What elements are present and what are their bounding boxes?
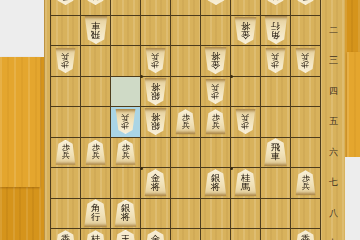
square-5-7[interactable] <box>171 168 201 199</box>
background-bottom-right <box>345 157 360 240</box>
piece-sente-pawn[interactable]: 歩兵 <box>175 109 196 134</box>
shogi-app-screen: { "game": "shogi", "position": { "sfen":… <box>0 0 360 240</box>
square-9-1[interactable]: 香車 <box>51 0 81 16</box>
piece-gote-gold[interactable]: 金将 <box>234 17 257 44</box>
square-9-9[interactable]: 香車 <box>51 229 81 240</box>
piece-gote-pawn[interactable]: 歩兵 <box>235 109 256 134</box>
square-7-5-last-move-to[interactable]: 歩兵 <box>111 107 141 138</box>
piece-kanji: 兵 <box>211 122 219 130</box>
piece-gote-silver[interactable]: 銀将 <box>144 108 167 135</box>
shogi-board: 香車桂馬王将桂馬香車飛車金将角行歩兵歩兵金将歩兵歩兵銀将歩兵歩兵銀将歩兵歩兵歩兵… <box>44 0 345 240</box>
piece-kanji: 将 <box>151 113 160 122</box>
square-6-2[interactable] <box>141 16 171 47</box>
piece-sente-bishop[interactable]: 角行 <box>84 199 108 227</box>
piece-gote-pawn[interactable]: 歩兵 <box>55 48 76 73</box>
square-3-2[interactable]: 金将 <box>231 16 261 47</box>
square-3-4[interactable] <box>231 77 261 108</box>
square-1-5[interactable] <box>291 107 321 138</box>
square-7-3[interactable] <box>111 46 141 77</box>
square-1-6[interactable] <box>291 138 321 169</box>
square-6-1[interactable] <box>141 0 171 16</box>
square-2-4[interactable] <box>261 77 291 108</box>
square-8-7[interactable] <box>81 168 111 199</box>
square-2-5[interactable] <box>261 107 291 138</box>
square-5-3[interactable] <box>171 46 201 77</box>
piece-kanji: 兵 <box>61 152 69 160</box>
piece-sente-pawn[interactable]: 歩兵 <box>205 109 226 134</box>
square-8-2[interactable]: 飛車 <box>81 16 111 47</box>
gote-komadai[interactable] <box>347 52 360 157</box>
piece-kanji: 車 <box>91 21 100 30</box>
piece-kanji: 飛 <box>91 30 100 39</box>
square-4-5[interactable]: 歩兵 <box>201 107 231 138</box>
piece-kanji: 玉 <box>121 235 130 240</box>
square-2-9[interactable] <box>261 229 291 240</box>
square-2-8[interactable] <box>261 199 291 230</box>
square-4-1[interactable]: 王将 <box>201 0 231 16</box>
square-9-7[interactable] <box>51 168 81 199</box>
piece-sente-pawn[interactable]: 歩兵 <box>55 140 76 165</box>
rank-label-9: 九 <box>321 228 345 240</box>
piece-kanji: 兵 <box>271 53 279 61</box>
square-1-7[interactable]: 歩兵 <box>291 168 321 199</box>
piece-gote-pawn[interactable]: 歩兵 <box>265 48 286 73</box>
square-5-4[interactable] <box>171 77 201 108</box>
piece-sente-knight[interactable]: 桂馬 <box>84 230 107 240</box>
square-1-9[interactable]: 香車 <box>291 229 321 240</box>
square-1-4[interactable] <box>291 77 321 108</box>
piece-kanji: 金 <box>241 30 250 39</box>
piece-sente-lance[interactable]: 香車 <box>54 230 77 240</box>
square-3-7[interactable]: 桂馬 <box>231 168 261 199</box>
rank-label-6: 六 <box>321 137 345 168</box>
square-9-4[interactable] <box>51 77 81 108</box>
piece-kanji: 兵 <box>181 122 189 130</box>
piece-gote-lance[interactable]: 香車 <box>54 0 77 5</box>
piece-gote-rook[interactable]: 飛車 <box>84 16 108 44</box>
piece-kanji: 桂 <box>91 235 100 240</box>
piece-kanji: 香 <box>301 235 310 240</box>
piece-sente-gold[interactable]: 金将 <box>144 230 167 240</box>
square-2-1[interactable]: 桂馬 <box>261 0 291 16</box>
square-6-4[interactable]: 銀将 <box>141 77 171 108</box>
piece-kanji: 将 <box>241 21 250 30</box>
piece-kanji: 金 <box>151 235 160 240</box>
square-1-1[interactable]: 香車 <box>291 0 321 16</box>
hoshi-dot <box>230 167 233 170</box>
piece-kanji: 歩 <box>121 122 129 130</box>
square-4-9[interactable] <box>201 229 231 240</box>
square-4-2[interactable] <box>201 16 231 47</box>
square-5-6[interactable] <box>171 138 201 169</box>
square-5-9[interactable] <box>171 229 201 240</box>
piece-kanji: 兵 <box>241 114 249 122</box>
piece-kanji: 行 <box>271 21 280 30</box>
square-7-7[interactable] <box>111 168 141 199</box>
square-8-9[interactable]: 桂馬 <box>81 229 111 240</box>
piece-kanji: 将 <box>211 183 220 192</box>
piece-kanji: 兵 <box>121 152 129 160</box>
piece-kanji: 歩 <box>301 61 309 69</box>
rank-label-5: 五 <box>321 106 345 137</box>
piece-sente-gold[interactable]: 金将 <box>144 169 167 196</box>
square-2-6[interactable]: 飛車 <box>261 138 291 169</box>
piece-sente-pawn[interactable]: 歩兵 <box>295 170 316 195</box>
piece-kanji: 将 <box>211 52 220 61</box>
square-4-7[interactable]: 銀将 <box>201 168 231 199</box>
square-7-1[interactable] <box>111 0 141 16</box>
piece-kanji: 行 <box>91 213 100 222</box>
piece-kanji: 兵 <box>121 114 129 122</box>
square-8-6[interactable]: 歩兵 <box>81 138 111 169</box>
rank-label-7: 七 <box>321 167 345 198</box>
square-5-5[interactable]: 歩兵 <box>171 107 201 138</box>
piece-kanji: 角 <box>271 30 280 39</box>
square-6-3[interactable]: 歩兵 <box>141 46 171 77</box>
piece-sente-pawn[interactable]: 歩兵 <box>115 140 136 165</box>
piece-sente-knight[interactable]: 桂馬 <box>234 169 257 196</box>
piece-gote-gold[interactable]: 金将 <box>204 47 227 74</box>
hoshi-dot <box>140 75 143 78</box>
square-8-5[interactable] <box>81 107 111 138</box>
square-2-7[interactable] <box>261 168 291 199</box>
piece-sente-rook[interactable]: 飛車 <box>264 138 288 166</box>
piece-sente-pawn[interactable]: 歩兵 <box>85 140 106 165</box>
square-5-8[interactable] <box>171 199 201 230</box>
square-8-3[interactable] <box>81 46 111 77</box>
hoshi-dot <box>140 167 143 170</box>
square-5-1[interactable] <box>171 0 201 16</box>
square-7-2[interactable] <box>111 16 141 47</box>
square-6-5[interactable]: 銀将 <box>141 107 171 138</box>
square-3-5[interactable]: 歩兵 <box>231 107 261 138</box>
square-8-1[interactable]: 桂馬 <box>81 0 111 16</box>
hoshi-dot <box>230 75 233 78</box>
piece-kanji: 銀 <box>151 122 160 131</box>
piece-kanji: 将 <box>151 183 160 192</box>
piece-kanji: 歩 <box>241 122 249 130</box>
rank-label-4: 四 <box>321 76 345 107</box>
square-3-6[interactable] <box>231 138 261 169</box>
square-7-8[interactable]: 銀将 <box>111 199 141 230</box>
square-7-9[interactable]: 玉将 <box>111 229 141 240</box>
piece-gote-lance[interactable]: 香車 <box>294 0 317 5</box>
rank-label-2: 二 <box>321 15 345 46</box>
square-6-7[interactable]: 金将 <box>141 168 171 199</box>
square-4-8[interactable] <box>201 199 231 230</box>
background-top-left <box>0 0 44 57</box>
piece-kanji: 兵 <box>151 53 159 61</box>
piece-gote-silver[interactable]: 銀将 <box>144 78 167 105</box>
square-9-5[interactable] <box>51 107 81 138</box>
piece-gote-pawn[interactable]: 歩兵 <box>145 48 166 73</box>
piece-sente-lance[interactable]: 香車 <box>294 230 317 240</box>
square-6-6[interactable] <box>141 138 171 169</box>
piece-kanji: 香 <box>61 235 70 240</box>
square-3-3[interactable] <box>231 46 261 77</box>
piece-kanji: 兵 <box>91 152 99 160</box>
piece-kanji: 将 <box>151 82 160 91</box>
piece-kanji: 兵 <box>211 83 219 91</box>
piece-gote-pawn[interactable]: 歩兵 <box>205 79 226 104</box>
square-4-4[interactable]: 歩兵 <box>201 77 231 108</box>
square-9-3[interactable]: 歩兵 <box>51 46 81 77</box>
square-8-4[interactable] <box>81 77 111 108</box>
square-4-3[interactable]: 金将 <box>201 46 231 77</box>
square-2-3[interactable]: 歩兵 <box>261 46 291 77</box>
square-7-4-last-move-from[interactable] <box>111 77 141 108</box>
rank-label-3: 三 <box>321 45 345 76</box>
square-1-2[interactable] <box>291 16 321 47</box>
piece-kanji: 歩 <box>271 61 279 69</box>
square-2-2[interactable]: 角行 <box>261 16 291 47</box>
square-3-1[interactable] <box>231 0 261 16</box>
square-3-9[interactable] <box>231 229 261 240</box>
square-8-8[interactable]: 角行 <box>81 199 111 230</box>
piece-sente-king[interactable]: 玉将 <box>114 230 138 240</box>
piece-kanji: 兵 <box>61 53 69 61</box>
piece-kanji: 馬 <box>241 183 250 192</box>
rank-label-1: 一 <box>321 0 345 15</box>
sente-komadai[interactable] <box>0 57 40 187</box>
square-1-3[interactable]: 歩兵 <box>291 46 321 77</box>
piece-kanji: 将 <box>121 213 130 222</box>
square-6-8[interactable] <box>141 199 171 230</box>
square-9-6[interactable]: 歩兵 <box>51 138 81 169</box>
rank-label-8: 八 <box>321 198 345 229</box>
square-6-9[interactable]: 金将 <box>141 229 171 240</box>
piece-kanji: 金 <box>211 61 220 70</box>
piece-kanji: 歩 <box>61 61 69 69</box>
piece-gote-knight[interactable]: 桂馬 <box>84 0 107 5</box>
piece-kanji: 兵 <box>301 53 309 61</box>
piece-kanji: 銀 <box>151 91 160 100</box>
piece-gote-knight[interactable]: 桂馬 <box>264 0 287 5</box>
piece-gote-king[interactable]: 王将 <box>204 0 228 5</box>
piece-kanji: 兵 <box>301 183 309 191</box>
square-4-6[interactable] <box>201 138 231 169</box>
piece-sente-silver[interactable]: 銀将 <box>114 200 137 227</box>
square-7-6[interactable]: 歩兵 <box>111 138 141 169</box>
piece-gote-bishop[interactable]: 角行 <box>264 16 288 44</box>
piece-kanji: 車 <box>271 152 280 161</box>
square-5-2[interactable] <box>171 16 201 47</box>
board-grid: 香車桂馬王将桂馬香車飛車金将角行歩兵歩兵金将歩兵歩兵銀将歩兵歩兵銀将歩兵歩兵歩兵… <box>50 0 321 240</box>
square-3-8[interactable] <box>231 199 261 230</box>
square-1-8[interactable] <box>291 199 321 230</box>
piece-gote-pawn[interactable]: 歩兵 <box>115 109 136 134</box>
piece-gote-pawn[interactable]: 歩兵 <box>295 48 316 73</box>
piece-kanji: 歩 <box>151 61 159 69</box>
square-9-2[interactable] <box>51 16 81 47</box>
piece-sente-silver[interactable]: 銀将 <box>204 169 227 196</box>
square-9-8[interactable] <box>51 199 81 230</box>
